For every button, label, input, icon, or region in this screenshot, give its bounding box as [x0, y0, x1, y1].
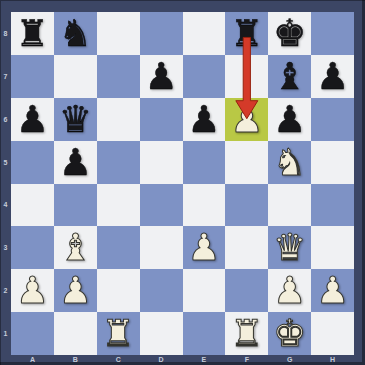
square-b1[interactable]	[54, 312, 97, 355]
square-e5[interactable]	[183, 141, 226, 184]
square-f6[interactable]: ♟	[225, 98, 268, 141]
square-e1[interactable]	[183, 312, 226, 355]
piece-white-king[interactable]: ♚	[273, 315, 306, 352]
square-b2[interactable]: ♟	[54, 269, 97, 312]
square-d1[interactable]	[140, 312, 183, 355]
square-g7[interactable]: ♝	[268, 55, 311, 98]
piece-white-pawn[interactable]: ♟	[230, 101, 263, 138]
square-c4[interactable]	[97, 184, 140, 227]
square-c8[interactable]	[97, 12, 140, 55]
square-c6[interactable]	[97, 98, 140, 141]
square-b5[interactable]: ♟	[54, 141, 97, 184]
square-g6[interactable]: ♟	[268, 98, 311, 141]
piece-black-pawn[interactable]: ♟	[59, 144, 92, 181]
square-f8[interactable]: ♜	[225, 12, 268, 55]
square-g5[interactable]: ♞	[268, 141, 311, 184]
piece-white-pawn[interactable]: ♟	[187, 229, 220, 266]
piece-black-rook[interactable]: ♜	[230, 15, 263, 52]
square-a4[interactable]	[11, 184, 54, 227]
rank-label-7: 7	[0, 55, 11, 98]
piece-black-pawn[interactable]: ♟	[16, 101, 49, 138]
square-g4[interactable]	[268, 184, 311, 227]
square-e8[interactable]	[183, 12, 226, 55]
square-d6[interactable]	[140, 98, 183, 141]
piece-white-pawn[interactable]: ♟	[273, 272, 306, 309]
board-frame: 87654321 ABCDEFGH ♜♞♜♚♟♝♟♟♛♟♟♟♟♞♝♟♛♟♟♟♟♜…	[0, 0, 365, 365]
piece-black-pawn[interactable]: ♟	[316, 58, 349, 95]
piece-white-rook[interactable]: ♜	[230, 315, 263, 352]
rank-label-1: 1	[0, 312, 11, 355]
piece-white-queen[interactable]: ♛	[273, 229, 306, 266]
square-g2[interactable]: ♟	[268, 269, 311, 312]
square-g1[interactable]: ♚	[268, 312, 311, 355]
rank-labels: 87654321	[0, 12, 11, 355]
file-label-a: A	[11, 354, 54, 365]
square-d4[interactable]	[140, 184, 183, 227]
square-h7[interactable]: ♟	[311, 55, 354, 98]
square-b3[interactable]: ♝	[54, 226, 97, 269]
square-c2[interactable]	[97, 269, 140, 312]
piece-black-bishop[interactable]: ♝	[273, 58, 306, 95]
piece-white-pawn[interactable]: ♟	[316, 272, 349, 309]
square-e4[interactable]	[183, 184, 226, 227]
piece-white-knight[interactable]: ♞	[273, 144, 306, 181]
file-label-d: D	[140, 354, 183, 365]
square-h8[interactable]	[311, 12, 354, 55]
square-a2[interactable]: ♟	[11, 269, 54, 312]
square-c7[interactable]	[97, 55, 140, 98]
piece-white-rook[interactable]: ♜	[102, 315, 135, 352]
piece-black-king[interactable]: ♚	[273, 15, 306, 52]
square-f7[interactable]	[225, 55, 268, 98]
square-b7[interactable]	[54, 55, 97, 98]
square-c5[interactable]	[97, 141, 140, 184]
file-label-f: F	[225, 354, 268, 365]
square-d5[interactable]	[140, 141, 183, 184]
chess-board[interactable]: ♜♞♜♚♟♝♟♟♛♟♟♟♟♞♝♟♛♟♟♟♟♜♜♚	[11, 12, 354, 355]
file-label-g: G	[268, 354, 311, 365]
file-label-h: H	[311, 354, 354, 365]
square-b4[interactable]	[54, 184, 97, 227]
file-label-c: C	[97, 354, 140, 365]
square-e7[interactable]	[183, 55, 226, 98]
square-d8[interactable]	[140, 12, 183, 55]
piece-black-rook[interactable]: ♜	[16, 15, 49, 52]
square-a7[interactable]	[11, 55, 54, 98]
square-c1[interactable]: ♜	[97, 312, 140, 355]
square-h3[interactable]	[311, 226, 354, 269]
square-a1[interactable]	[11, 312, 54, 355]
square-h5[interactable]	[311, 141, 354, 184]
square-h1[interactable]	[311, 312, 354, 355]
square-d7[interactable]: ♟	[140, 55, 183, 98]
square-c3[interactable]	[97, 226, 140, 269]
square-b6[interactable]: ♛	[54, 98, 97, 141]
square-e2[interactable]	[183, 269, 226, 312]
file-label-e: E	[183, 354, 226, 365]
piece-black-pawn[interactable]: ♟	[187, 101, 220, 138]
square-g8[interactable]: ♚	[268, 12, 311, 55]
square-f2[interactable]	[225, 269, 268, 312]
square-h4[interactable]	[311, 184, 354, 227]
square-f4[interactable]	[225, 184, 268, 227]
square-f5[interactable]	[225, 141, 268, 184]
square-a6[interactable]: ♟	[11, 98, 54, 141]
piece-white-bishop[interactable]: ♝	[59, 229, 92, 266]
square-h2[interactable]: ♟	[311, 269, 354, 312]
rank-label-5: 5	[0, 141, 11, 184]
rank-label-3: 3	[0, 226, 11, 269]
square-f3[interactable]	[225, 226, 268, 269]
piece-black-queen[interactable]: ♛	[59, 101, 92, 138]
square-e6[interactable]: ♟	[183, 98, 226, 141]
square-e3[interactable]: ♟	[183, 226, 226, 269]
rank-label-2: 2	[0, 269, 11, 312]
rank-label-6: 6	[0, 98, 11, 141]
rank-label-8: 8	[0, 12, 11, 55]
square-a5[interactable]	[11, 141, 54, 184]
square-a3[interactable]	[11, 226, 54, 269]
rank-label-4: 4	[0, 184, 11, 227]
square-d2[interactable]	[140, 269, 183, 312]
piece-white-pawn[interactable]: ♟	[59, 272, 92, 309]
square-f1[interactable]: ♜	[225, 312, 268, 355]
piece-white-pawn[interactable]: ♟	[16, 272, 49, 309]
file-labels: ABCDEFGH	[11, 354, 354, 365]
file-label-b: B	[54, 354, 97, 365]
square-g3[interactable]: ♛	[268, 226, 311, 269]
square-a8[interactable]: ♜	[11, 12, 54, 55]
piece-black-pawn[interactable]: ♟	[144, 58, 177, 95]
piece-black-pawn[interactable]: ♟	[273, 101, 306, 138]
square-b8[interactable]: ♞	[54, 12, 97, 55]
piece-black-knight[interactable]: ♞	[59, 15, 92, 52]
square-d3[interactable]	[140, 226, 183, 269]
square-h6[interactable]	[311, 98, 354, 141]
